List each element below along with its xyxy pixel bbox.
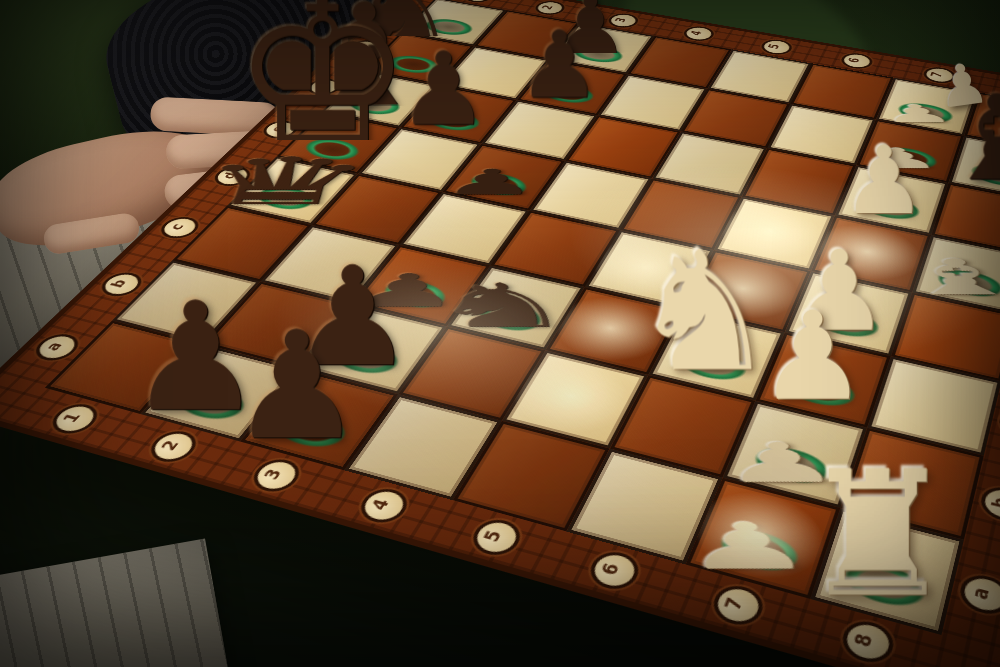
rail-label-3: 3 xyxy=(246,455,307,496)
captured-pawn-offboard: ♟ xyxy=(934,55,992,117)
rail-label-5: 5 xyxy=(466,515,527,560)
piece-light-knight-c6: ♞ xyxy=(631,235,779,387)
rail-label-2: 2 xyxy=(143,427,205,466)
rail-label-a: a xyxy=(957,571,1000,619)
piece-dark-pawn-a3: ♟ xyxy=(230,317,364,454)
piece-light-rook-a8: ♜ xyxy=(800,455,956,615)
piece-dark-pawn-g3: ♟ xyxy=(518,22,601,107)
piece-dark-king-e1: ♚ xyxy=(232,0,413,167)
rail-label-5: 5 xyxy=(758,38,795,57)
rail-label-7: 7 xyxy=(708,581,768,630)
rail-label-b: b xyxy=(978,483,1000,525)
photo-chess-scene: 12345678 12345678 hgfedcba hgfedcba ♜♟♟♞… xyxy=(0,0,1000,667)
square-a8: ♜ xyxy=(810,508,964,635)
rail-label-1: 1 xyxy=(44,400,106,437)
rail-label-4: 4 xyxy=(353,485,414,528)
piece-light-pawn-a7: ♟ xyxy=(682,518,816,577)
piece-dark-pawn-e3: ♟ xyxy=(440,166,539,198)
rail-label-6: 6 xyxy=(584,547,645,594)
rail-label-6: 6 xyxy=(838,51,875,70)
piece-light-pawn-c7: ♟ xyxy=(758,300,868,412)
piece-light-pawn-f7: ♟ xyxy=(842,138,926,225)
rail-label-4: 4 xyxy=(680,25,717,43)
rail-label-8: 8 xyxy=(838,616,898,667)
